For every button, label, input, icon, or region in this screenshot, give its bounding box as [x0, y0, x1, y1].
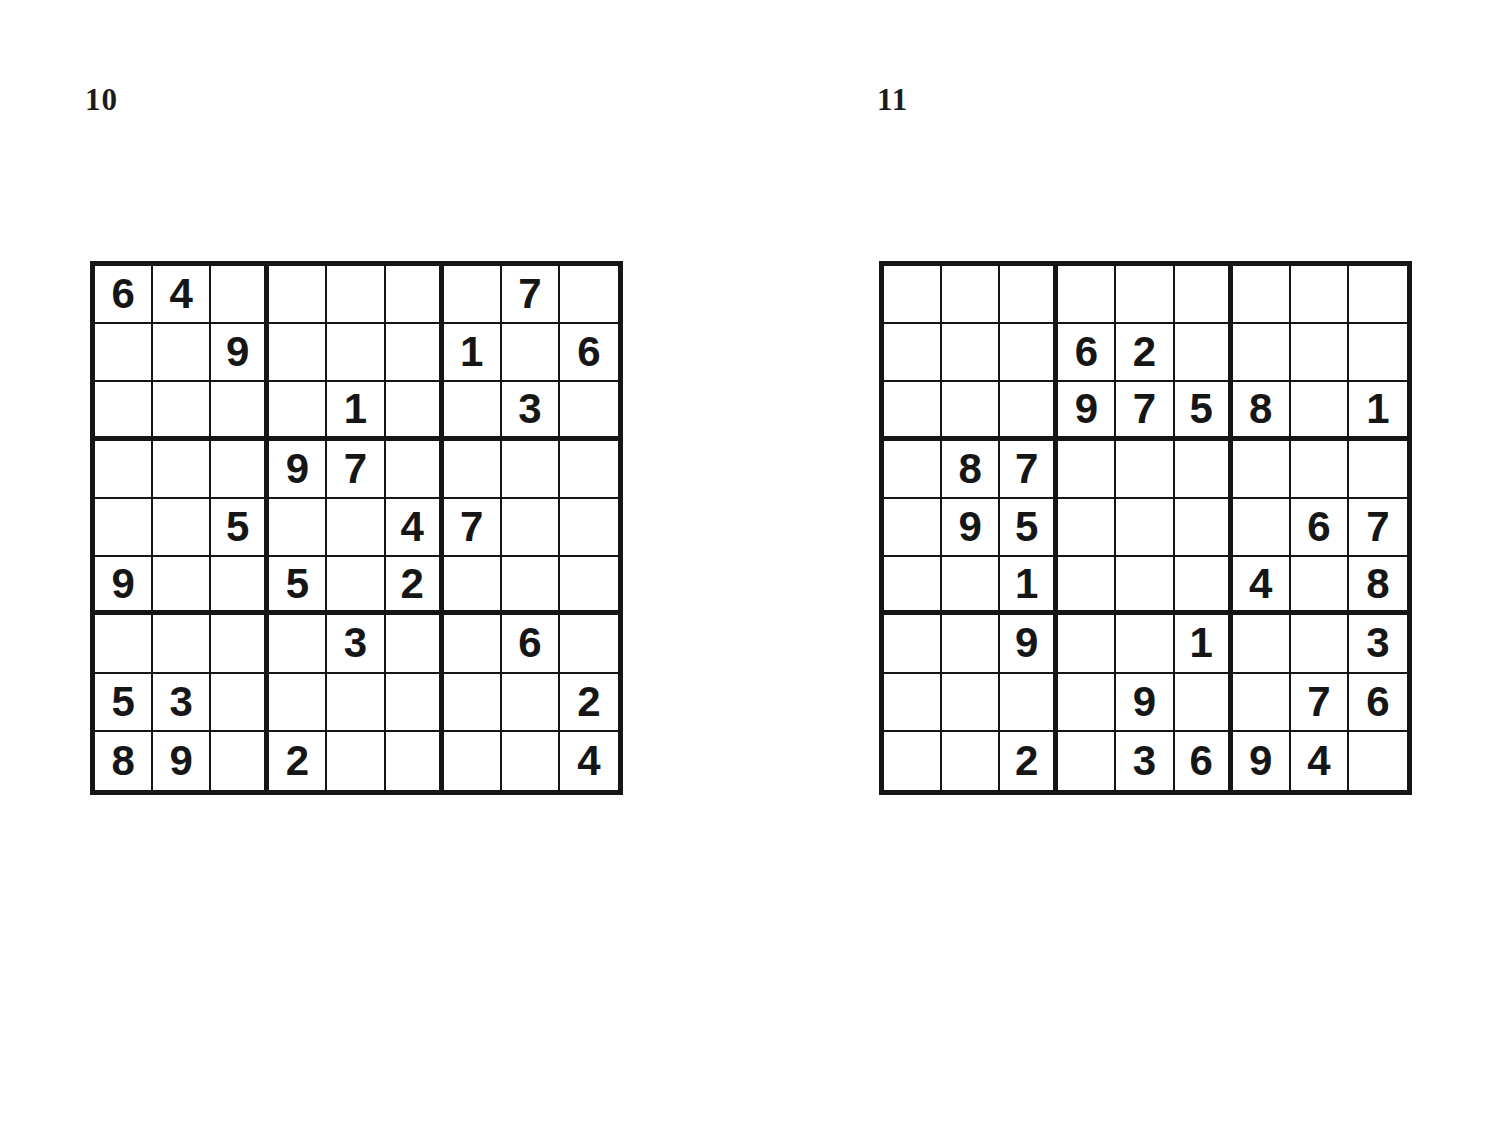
sudoku-10-cell-r4c1[interactable]	[95, 441, 153, 499]
sudoku-10-cell-r1c1[interactable]: 6	[95, 266, 153, 324]
sudoku-10-cell-r1c5[interactable]	[327, 266, 385, 324]
sudoku-11-cell-r6c3[interactable]: 1	[1000, 557, 1058, 615]
sudoku-10-cell-r1c3[interactable]	[211, 266, 269, 324]
sudoku-11-cell-r3c3[interactable]	[1000, 382, 1058, 440]
sudoku-10-cell-r9c9[interactable]: 4	[560, 732, 618, 790]
sudoku-10-cell-r7c1[interactable]	[95, 615, 153, 673]
sudoku-10-cell-r3c2[interactable]	[153, 382, 211, 440]
sudoku-10-cell-r2c8[interactable]	[502, 324, 560, 382]
sudoku-11-cell-r5c3[interactable]: 5	[1000, 499, 1058, 557]
sudoku-10-cell-r9c2[interactable]: 9	[153, 732, 211, 790]
sudoku-11-cell-r1c5[interactable]	[1116, 266, 1174, 324]
sudoku-10-cell-r9c7[interactable]	[444, 732, 502, 790]
sudoku-10-cell-r8c8[interactable]	[502, 674, 560, 732]
sudoku-10-cell-r7c2[interactable]	[153, 615, 211, 673]
sudoku-10-cell-r5c2[interactable]	[153, 499, 211, 557]
sudoku-10-cell-r7c4[interactable]	[269, 615, 327, 673]
sudoku-11-cell-r4c3[interactable]: 7	[1000, 441, 1058, 499]
sudoku-11-cell-r9c5[interactable]: 3	[1116, 732, 1174, 790]
sudoku-10-cell-r4c6[interactable]	[386, 441, 444, 499]
sudoku-11-cell-r4c7[interactable]	[1233, 441, 1291, 499]
sudoku-10-cell-r5c6[interactable]: 4	[386, 499, 444, 557]
sudoku-11-cell-r4c8[interactable]	[1291, 441, 1349, 499]
sudoku-11-cell-r1c3[interactable]	[1000, 266, 1058, 324]
sudoku-11-cell-r7c3[interactable]: 9	[1000, 615, 1058, 673]
sudoku-11-cell-r9c8[interactable]: 4	[1291, 732, 1349, 790]
puzzle-number-left: 10	[85, 84, 118, 115]
sudoku-10-cell-r2c3[interactable]: 9	[211, 324, 269, 382]
sudoku-10-cell-r4c2[interactable]	[153, 441, 211, 499]
sudoku-11-cell-r7c6[interactable]: 1	[1175, 615, 1233, 673]
sudoku-11-cell-r3c5[interactable]: 7	[1116, 382, 1174, 440]
sudoku-10-cell-r2c6[interactable]	[386, 324, 444, 382]
sudoku-10-cell-r4c4[interactable]: 9	[269, 441, 327, 499]
sudoku-11-cell-r7c8[interactable]	[1291, 615, 1349, 673]
sudoku-10-cell-r8c6[interactable]	[386, 674, 444, 732]
puzzle-book-page: 10 11 6479161397547952365328924 62975818…	[0, 0, 1500, 1137]
sudoku-11-cell-r5c9[interactable]: 7	[1349, 499, 1407, 557]
sudoku-11-cell-r6c9[interactable]: 8	[1349, 557, 1407, 615]
sudoku-10-cell-r9c4[interactable]: 2	[269, 732, 327, 790]
sudoku-10-cell-r8c7[interactable]	[444, 674, 502, 732]
sudoku-10-cell-r6c5[interactable]	[327, 557, 385, 615]
sudoku-10-cell-r5c5[interactable]	[327, 499, 385, 557]
sudoku-10-cell-r5c8[interactable]	[502, 499, 560, 557]
sudoku-10-cell-r1c9[interactable]	[560, 266, 618, 324]
sudoku-11-cell-r1c2[interactable]	[942, 266, 1000, 324]
sudoku-10-cell-r3c3[interactable]	[211, 382, 269, 440]
sudoku-11-cell-r2c6[interactable]	[1175, 324, 1233, 382]
sudoku-11-cell-r9c2[interactable]	[942, 732, 1000, 790]
sudoku-11-cell-r6c7[interactable]: 4	[1233, 557, 1291, 615]
sudoku-11-cell-r3c2[interactable]	[942, 382, 1000, 440]
sudoku-11-cell-r1c8[interactable]	[1291, 266, 1349, 324]
sudoku-11-cell-r6c4[interactable]	[1058, 557, 1116, 615]
sudoku-10-cell-r2c1[interactable]	[95, 324, 153, 382]
sudoku-10-cell-r8c1[interactable]: 5	[95, 674, 153, 732]
sudoku-11-cell-r2c2[interactable]	[942, 324, 1000, 382]
sudoku-10-cell-r1c8[interactable]: 7	[502, 266, 560, 324]
sudoku-10-cell-r4c7[interactable]	[444, 441, 502, 499]
sudoku-10-cell-r3c6[interactable]	[386, 382, 444, 440]
sudoku-10-cell-r6c8[interactable]	[502, 557, 560, 615]
sudoku-10-cell-r1c6[interactable]	[386, 266, 444, 324]
sudoku-11-cell-r6c1[interactable]	[884, 557, 942, 615]
sudoku-11-cell-r2c5[interactable]: 2	[1116, 324, 1174, 382]
sudoku-11-cell-r3c4[interactable]: 9	[1058, 382, 1116, 440]
sudoku-10-cell-r3c8[interactable]: 3	[502, 382, 560, 440]
sudoku-11-cell-r1c4[interactable]	[1058, 266, 1116, 324]
sudoku-10-cell-r9c1[interactable]: 8	[95, 732, 153, 790]
sudoku-10-cell-r6c7[interactable]	[444, 557, 502, 615]
sudoku-10-cell-r7c5[interactable]: 3	[327, 615, 385, 673]
sudoku-10-cell-r3c7[interactable]	[444, 382, 502, 440]
sudoku-11-cell-r5c5[interactable]	[1116, 499, 1174, 557]
sudoku-10-cell-r4c8[interactable]	[502, 441, 560, 499]
sudoku-10-cell-r8c9[interactable]: 2	[560, 674, 618, 732]
sudoku-11-cell-r7c5[interactable]	[1116, 615, 1174, 673]
sudoku-11-cell-r9c6[interactable]: 6	[1175, 732, 1233, 790]
sudoku-10-cell-r9c5[interactable]	[327, 732, 385, 790]
sudoku-11-cell-r5c6[interactable]	[1175, 499, 1233, 557]
sudoku-10-cell-r6c3[interactable]	[211, 557, 269, 615]
sudoku-11-cell-r2c7[interactable]	[1233, 324, 1291, 382]
sudoku-10-cell-r6c1[interactable]: 9	[95, 557, 153, 615]
sudoku-10-cell-r2c5[interactable]	[327, 324, 385, 382]
sudoku-11-cell-r3c9[interactable]: 1	[1349, 382, 1407, 440]
sudoku-10-cell-r5c9[interactable]	[560, 499, 618, 557]
sudoku-10-cell-r9c8[interactable]	[502, 732, 560, 790]
sudoku-11-cell-r8c1[interactable]	[884, 674, 942, 732]
sudoku-11-cell-r4c6[interactable]	[1175, 441, 1233, 499]
sudoku-11-cell-r7c4[interactable]	[1058, 615, 1116, 673]
sudoku-11-cell-r6c6[interactable]	[1175, 557, 1233, 615]
sudoku-11-cell-r2c4[interactable]: 6	[1058, 324, 1116, 382]
sudoku-10-cell-r8c3[interactable]	[211, 674, 269, 732]
sudoku-10-cell-r8c5[interactable]	[327, 674, 385, 732]
sudoku-10-cell-r1c4[interactable]	[269, 266, 327, 324]
sudoku-10-cell-r2c9[interactable]: 6	[560, 324, 618, 382]
sudoku-10-cell-r6c6[interactable]: 2	[386, 557, 444, 615]
sudoku-10-cell-r4c9[interactable]	[560, 441, 618, 499]
sudoku-grid-11: 629758187956714891397623694	[879, 261, 1412, 795]
sudoku-10-cell-r7c8[interactable]: 6	[502, 615, 560, 673]
sudoku-11-cell-r9c1[interactable]	[884, 732, 942, 790]
sudoku-11-cell-r9c9[interactable]	[1349, 732, 1407, 790]
sudoku-10-cell-r1c2[interactable]: 4	[153, 266, 211, 324]
sudoku-11-cell-r3c7[interactable]: 8	[1233, 382, 1291, 440]
sudoku-11-cell-r2c8[interactable]	[1291, 324, 1349, 382]
sudoku-10-cell-r8c4[interactable]	[269, 674, 327, 732]
sudoku-11-cell-r2c9[interactable]	[1349, 324, 1407, 382]
sudoku-11-cell-r4c5[interactable]	[1116, 441, 1174, 499]
sudoku-11-cell-r6c8[interactable]	[1291, 557, 1349, 615]
sudoku-10-cell-r7c7[interactable]	[444, 615, 502, 673]
puzzle-number-right: 11	[877, 84, 908, 115]
sudoku-10-cell-r2c2[interactable]	[153, 324, 211, 382]
sudoku-11-cell-r2c3[interactable]	[1000, 324, 1058, 382]
sudoku-10-cell-r6c4[interactable]: 5	[269, 557, 327, 615]
sudoku-10-cell-r1c7[interactable]	[444, 266, 502, 324]
sudoku-10-cell-r5c4[interactable]	[269, 499, 327, 557]
sudoku-11-cell-r3c6[interactable]: 5	[1175, 382, 1233, 440]
sudoku-11-cell-r4c4[interactable]	[1058, 441, 1116, 499]
sudoku-10-cell-r9c6[interactable]	[386, 732, 444, 790]
sudoku-10-cell-r3c1[interactable]	[95, 382, 153, 440]
sudoku-10-cell-r8c2[interactable]: 3	[153, 674, 211, 732]
sudoku-11-cell-r1c9[interactable]	[1349, 266, 1407, 324]
sudoku-10-cell-r3c4[interactable]	[269, 382, 327, 440]
sudoku-10-cell-r9c3[interactable]	[211, 732, 269, 790]
sudoku-11-cell-r1c7[interactable]	[1233, 266, 1291, 324]
sudoku-11-cell-r7c2[interactable]	[942, 615, 1000, 673]
sudoku-10-cell-r7c6[interactable]	[386, 615, 444, 673]
sudoku-11-cell-r5c2[interactable]: 9	[942, 499, 1000, 557]
sudoku-11-cell-r3c1[interactable]	[884, 382, 942, 440]
sudoku-10-cell-r4c5[interactable]: 7	[327, 441, 385, 499]
sudoku-10-cell-r7c3[interactable]	[211, 615, 269, 673]
sudoku-11-cell-r5c4[interactable]	[1058, 499, 1116, 557]
sudoku-10-cell-r2c4[interactable]	[269, 324, 327, 382]
sudoku-10-cell-r4c3[interactable]	[211, 441, 269, 499]
sudoku-11-cell-r5c7[interactable]	[1233, 499, 1291, 557]
sudoku-11-cell-r9c4[interactable]	[1058, 732, 1116, 790]
sudoku-11-cell-r5c1[interactable]	[884, 499, 942, 557]
sudoku-10-cell-r5c3[interactable]: 5	[211, 499, 269, 557]
sudoku-11-cell-r8c8[interactable]: 7	[1291, 674, 1349, 732]
sudoku-11-cell-r4c1[interactable]	[884, 441, 942, 499]
sudoku-10-cell-r7c9[interactable]	[560, 615, 618, 673]
sudoku-11-cell-r8c4[interactable]	[1058, 674, 1116, 732]
sudoku-11-cell-r2c1[interactable]	[884, 324, 942, 382]
sudoku-11-cell-r8c5[interactable]: 9	[1116, 674, 1174, 732]
sudoku-11-cell-r6c2[interactable]	[942, 557, 1000, 615]
sudoku-10-cell-r5c1[interactable]	[95, 499, 153, 557]
sudoku-11-cell-r8c6[interactable]	[1175, 674, 1233, 732]
sudoku-10-cell-r3c5[interactable]: 1	[327, 382, 385, 440]
sudoku-11-cell-r7c1[interactable]	[884, 615, 942, 673]
sudoku-11-cell-r8c7[interactable]	[1233, 674, 1291, 732]
sudoku-11-cell-r1c1[interactable]	[884, 266, 942, 324]
sudoku-11-cell-r4c2[interactable]: 8	[942, 441, 1000, 499]
sudoku-10-cell-r2c7[interactable]: 1	[444, 324, 502, 382]
sudoku-10-cell-r5c7[interactable]: 7	[444, 499, 502, 557]
sudoku-10-cell-r6c9[interactable]	[560, 557, 618, 615]
sudoku-11-cell-r3c8[interactable]	[1291, 382, 1349, 440]
sudoku-10-cell-r3c9[interactable]	[560, 382, 618, 440]
sudoku-11-cell-r8c3[interactable]	[1000, 674, 1058, 732]
sudoku-11-cell-r7c7[interactable]	[1233, 615, 1291, 673]
sudoku-11-cell-r9c3[interactable]: 2	[1000, 732, 1058, 790]
sudoku-grid-10: 6479161397547952365328924	[90, 261, 623, 795]
sudoku-11-cell-r4c9[interactable]	[1349, 441, 1407, 499]
sudoku-11-cell-r9c7[interactable]: 9	[1233, 732, 1291, 790]
sudoku-11-cell-r5c8[interactable]: 6	[1291, 499, 1349, 557]
sudoku-11-cell-r8c9[interactable]: 6	[1349, 674, 1407, 732]
sudoku-11-cell-r1c6[interactable]	[1175, 266, 1233, 324]
sudoku-11-cell-r7c9[interactable]: 3	[1349, 615, 1407, 673]
sudoku-11-cell-r8c2[interactable]	[942, 674, 1000, 732]
sudoku-11-cell-r6c5[interactable]	[1116, 557, 1174, 615]
sudoku-10-cell-r6c2[interactable]	[153, 557, 211, 615]
